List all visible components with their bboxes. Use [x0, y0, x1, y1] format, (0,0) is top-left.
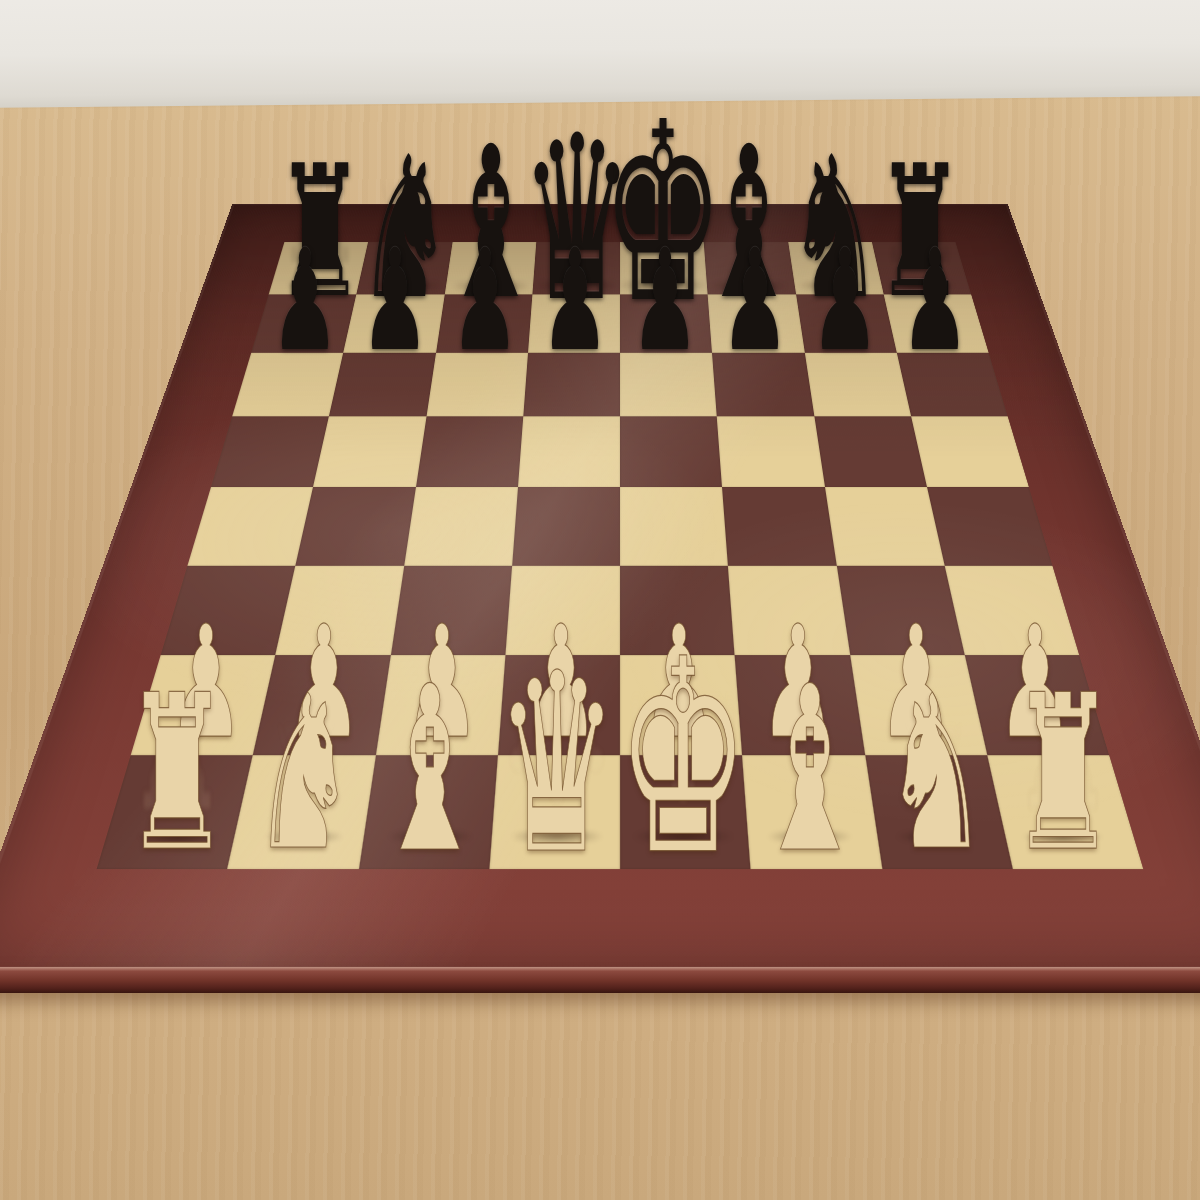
piece-black-pawn-h7[interactable]: ♟♟: [872, 231, 998, 343]
square-f4[interactable]: [722, 487, 836, 566]
pawn-glyph: ♟: [361, 231, 430, 371]
square-h5[interactable]: [911, 416, 1029, 487]
square-g4[interactable]: [825, 487, 945, 566]
pawn-glyph: ♟: [451, 231, 520, 371]
square-a5[interactable]: [211, 416, 329, 487]
pawn-glyph: ♟: [720, 231, 789, 371]
square-d4[interactable]: [512, 487, 620, 566]
square-a4[interactable]: [187, 487, 313, 566]
square-e5[interactable]: [620, 416, 722, 487]
pawn-glyph: ♟: [810, 231, 879, 371]
pawn-glyph: ♟: [271, 231, 340, 371]
piece-white-rook-h1[interactable]: ♜♜: [966, 666, 1159, 838]
pawn-glyph: ♟: [540, 231, 609, 371]
square-h4[interactable]: [927, 487, 1053, 566]
pawn-glyph: ♟: [630, 231, 699, 371]
square-d5[interactable]: [518, 416, 620, 487]
square-f5[interactable]: [717, 416, 825, 487]
square-c5[interactable]: [416, 416, 524, 487]
pawn-glyph: ♟: [900, 231, 969, 371]
square-g5[interactable]: [814, 416, 927, 487]
square-c4[interactable]: [404, 487, 518, 566]
photo-scene: ♜♜♞♞♝♝♛♛♚♚♝♝♞♞♜♜♟♟♟♟♟♟♟♟♟♟♟♟♟♟♟♟♟♟♟♟♟♟♟♟…: [0, 0, 1200, 1200]
rook-glyph: ♜: [1010, 666, 1116, 881]
square-e4[interactable]: [620, 487, 728, 566]
square-b4[interactable]: [296, 487, 416, 566]
board-front-edge: [0, 967, 1200, 993]
square-b5[interactable]: [313, 416, 426, 487]
